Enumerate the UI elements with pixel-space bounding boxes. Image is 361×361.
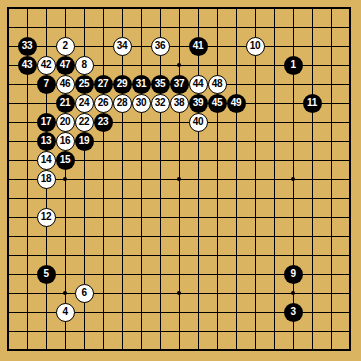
go-stone-black-23[interactable]: 23 xyxy=(94,113,113,132)
go-stone-white-32[interactable]: 32 xyxy=(151,94,170,113)
star-point xyxy=(177,63,181,67)
grid-line-vertical xyxy=(312,7,313,351)
go-board[interactable]: 1234567891011121314151617181920212223242… xyxy=(0,0,361,361)
go-stone-white-44[interactable]: 44 xyxy=(189,75,208,94)
grid-line-vertical xyxy=(274,7,275,351)
go-stone-white-38[interactable]: 38 xyxy=(170,94,189,113)
go-stone-black-11[interactable]: 11 xyxy=(303,94,322,113)
go-stone-white-2[interactable]: 2 xyxy=(56,37,75,56)
go-stone-white-42[interactable]: 42 xyxy=(37,56,56,75)
go-stone-black-1[interactable]: 1 xyxy=(284,56,303,75)
grid-line-vertical xyxy=(217,7,218,351)
go-stone-white-48[interactable]: 48 xyxy=(208,75,227,94)
go-stone-white-6[interactable]: 6 xyxy=(75,284,94,303)
go-stone-white-22[interactable]: 22 xyxy=(75,113,94,132)
go-stone-white-20[interactable]: 20 xyxy=(56,113,75,132)
star-point xyxy=(63,291,67,295)
go-stone-black-15[interactable]: 15 xyxy=(56,151,75,170)
go-stone-black-43[interactable]: 43 xyxy=(18,56,37,75)
grid-line-vertical xyxy=(331,7,332,351)
grid-line-vertical xyxy=(255,7,256,351)
go-stone-black-47[interactable]: 47 xyxy=(56,56,75,75)
grid-line-horizontal xyxy=(7,217,351,218)
grid-line-vertical xyxy=(349,7,351,351)
grid-line-horizontal xyxy=(7,331,351,332)
grid-line-horizontal xyxy=(7,349,351,351)
go-stone-black-45[interactable]: 45 xyxy=(208,94,227,113)
go-stone-black-17[interactable]: 17 xyxy=(37,113,56,132)
go-stone-black-25[interactable]: 25 xyxy=(75,75,94,94)
go-stone-white-12[interactable]: 12 xyxy=(37,208,56,227)
grid-line-vertical xyxy=(198,7,199,351)
go-stone-black-41[interactable]: 41 xyxy=(189,37,208,56)
go-stone-white-26[interactable]: 26 xyxy=(94,94,113,113)
go-stone-black-7[interactable]: 7 xyxy=(37,75,56,94)
go-stone-white-4[interactable]: 4 xyxy=(56,303,75,322)
go-stone-white-28[interactable]: 28 xyxy=(113,94,132,113)
go-stone-black-27[interactable]: 27 xyxy=(94,75,113,94)
go-stone-black-21[interactable]: 21 xyxy=(56,94,75,113)
grid-line-horizontal xyxy=(7,198,351,199)
grid-line-horizontal xyxy=(7,255,351,256)
star-point xyxy=(177,177,181,181)
star-point xyxy=(291,291,295,295)
go-stone-black-29[interactable]: 29 xyxy=(113,75,132,94)
star-point xyxy=(291,177,295,181)
go-stone-black-37[interactable]: 37 xyxy=(170,75,189,94)
go-stone-white-36[interactable]: 36 xyxy=(151,37,170,56)
go-stone-black-31[interactable]: 31 xyxy=(132,75,151,94)
go-stone-white-46[interactable]: 46 xyxy=(56,75,75,94)
go-stone-black-19[interactable]: 19 xyxy=(75,132,94,151)
go-stone-white-10[interactable]: 10 xyxy=(246,37,265,56)
go-stone-black-5[interactable]: 5 xyxy=(37,265,56,284)
go-stone-black-9[interactable]: 9 xyxy=(284,265,303,284)
go-stone-white-40[interactable]: 40 xyxy=(189,113,208,132)
grid-line-vertical xyxy=(236,7,237,351)
go-stone-white-24[interactable]: 24 xyxy=(75,94,94,113)
go-stone-black-35[interactable]: 35 xyxy=(151,75,170,94)
star-point xyxy=(63,177,67,181)
go-stone-white-14[interactable]: 14 xyxy=(37,151,56,170)
go-stone-black-33[interactable]: 33 xyxy=(18,37,37,56)
go-stone-white-30[interactable]: 30 xyxy=(132,94,151,113)
go-stone-black-39[interactable]: 39 xyxy=(189,94,208,113)
go-stone-black-49[interactable]: 49 xyxy=(227,94,246,113)
go-stone-white-18[interactable]: 18 xyxy=(37,170,56,189)
grid-line-horizontal xyxy=(7,236,351,237)
star-point xyxy=(177,291,181,295)
go-stone-white-8[interactable]: 8 xyxy=(75,56,94,75)
go-stone-black-3[interactable]: 3 xyxy=(284,303,303,322)
go-stone-white-34[interactable]: 34 xyxy=(113,37,132,56)
go-stone-white-16[interactable]: 16 xyxy=(56,132,75,151)
go-stone-black-13[interactable]: 13 xyxy=(37,132,56,151)
